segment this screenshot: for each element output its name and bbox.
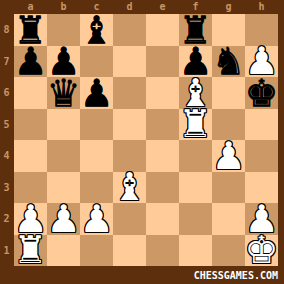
square-a6[interactable] [14, 77, 47, 109]
square-h7[interactable]: ♟ [245, 46, 278, 78]
square-a8[interactable]: ♜ [14, 14, 47, 46]
square-a7[interactable]: ♟ [14, 46, 47, 78]
rank-label-7: 7 [0, 46, 13, 78]
square-h8[interactable] [245, 14, 278, 46]
square-e1[interactable] [146, 235, 179, 267]
square-d4[interactable] [113, 140, 146, 172]
square-g8[interactable] [212, 14, 245, 46]
square-h3[interactable] [245, 172, 278, 204]
square-c6[interactable]: ♟ [80, 77, 113, 109]
square-c8[interactable]: ♝ [80, 14, 113, 46]
square-g7[interactable]: ♞ [212, 46, 245, 78]
file-label-e: e [146, 1, 179, 13]
black-king: ♚ [245, 77, 278, 109]
file-label-h: h [245, 1, 278, 13]
square-c7[interactable] [80, 46, 113, 78]
chess-board: ♜♝♜♟♟♟♞♟♛♟♝♚♜♟♝♟♟♟♟♜♚ [14, 14, 278, 266]
square-d6[interactable] [113, 77, 146, 109]
square-g1[interactable] [212, 235, 245, 267]
square-f8[interactable]: ♜ [179, 14, 212, 46]
square-c4[interactable] [80, 140, 113, 172]
square-f5[interactable]: ♜ [179, 109, 212, 141]
rank-label-4: 4 [0, 140, 13, 172]
square-e3[interactable] [146, 172, 179, 204]
rank-label-2: 2 [0, 203, 13, 235]
black-pawn: ♟ [80, 77, 113, 109]
rank-label-8: 8 [0, 14, 13, 46]
white-rook: ♜ [179, 109, 212, 141]
white-pawn: ♟ [80, 203, 113, 235]
black-pawn: ♟ [179, 46, 212, 78]
square-d8[interactable] [113, 14, 146, 46]
square-f7[interactable]: ♟ [179, 46, 212, 78]
square-d7[interactable] [113, 46, 146, 78]
square-c3[interactable] [80, 172, 113, 204]
square-c5[interactable] [80, 109, 113, 141]
square-d3[interactable]: ♝ [113, 172, 146, 204]
white-king: ♚ [245, 235, 278, 267]
square-a3[interactable] [14, 172, 47, 204]
square-e8[interactable] [146, 14, 179, 46]
square-g4[interactable]: ♟ [212, 140, 245, 172]
square-f6[interactable]: ♝ [179, 77, 212, 109]
square-h1[interactable]: ♚ [245, 235, 278, 267]
square-a1[interactable]: ♜ [14, 235, 47, 267]
square-d2[interactable] [113, 203, 146, 235]
square-e7[interactable] [146, 46, 179, 78]
square-g2[interactable] [212, 203, 245, 235]
black-knight: ♞ [212, 46, 245, 78]
white-bishop: ♝ [113, 172, 146, 204]
white-pawn: ♟ [245, 203, 278, 235]
black-queen: ♛ [47, 77, 80, 109]
square-b4[interactable] [47, 140, 80, 172]
square-c1[interactable] [80, 235, 113, 267]
square-e2[interactable] [146, 203, 179, 235]
square-b6[interactable]: ♛ [47, 77, 80, 109]
file-label-d: d [113, 1, 146, 13]
square-b3[interactable] [47, 172, 80, 204]
square-a4[interactable] [14, 140, 47, 172]
square-e4[interactable] [146, 140, 179, 172]
black-rook: ♜ [179, 14, 212, 46]
square-b1[interactable] [47, 235, 80, 267]
square-f1[interactable] [179, 235, 212, 267]
file-label-b: b [47, 1, 80, 13]
white-pawn: ♟ [212, 140, 245, 172]
square-a5[interactable] [14, 109, 47, 141]
square-g5[interactable] [212, 109, 245, 141]
square-c2[interactable]: ♟ [80, 203, 113, 235]
square-f2[interactable] [179, 203, 212, 235]
board-frame: abcdefgh 87654321 ♜♝♜♟♟♟♞♟♛♟♝♚♜♟♝♟♟♟♟♜♚ … [0, 0, 284, 284]
square-h2[interactable]: ♟ [245, 203, 278, 235]
square-b7[interactable]: ♟ [47, 46, 80, 78]
white-pawn: ♟ [47, 203, 80, 235]
square-d1[interactable] [113, 235, 146, 267]
white-bishop: ♝ [179, 77, 212, 109]
rank-label-1: 1 [0, 235, 13, 267]
file-label-a: a [14, 1, 47, 13]
square-h4[interactable] [245, 140, 278, 172]
square-f4[interactable] [179, 140, 212, 172]
square-g6[interactable] [212, 77, 245, 109]
square-b8[interactable] [47, 14, 80, 46]
black-rook: ♜ [14, 14, 47, 46]
square-e6[interactable] [146, 77, 179, 109]
black-pawn: ♟ [14, 46, 47, 78]
white-pawn: ♟ [245, 46, 278, 78]
square-g3[interactable] [212, 172, 245, 204]
rank-label-3: 3 [0, 172, 13, 204]
square-d5[interactable] [113, 109, 146, 141]
chessgames-watermark: CHESSGAMES.COM [194, 270, 278, 281]
rank-label-5: 5 [0, 109, 13, 141]
file-label-c: c [80, 1, 113, 13]
square-f3[interactable] [179, 172, 212, 204]
square-a2[interactable]: ♟ [14, 203, 47, 235]
file-label-g: g [212, 1, 245, 13]
square-e5[interactable] [146, 109, 179, 141]
black-pawn: ♟ [47, 46, 80, 78]
black-bishop: ♝ [80, 14, 113, 46]
file-label-f: f [179, 1, 212, 13]
square-h6[interactable]: ♚ [245, 77, 278, 109]
square-b5[interactable] [47, 109, 80, 141]
white-pawn: ♟ [14, 203, 47, 235]
white-rook: ♜ [14, 235, 47, 267]
square-h5[interactable] [245, 109, 278, 141]
rank-label-6: 6 [0, 77, 13, 109]
square-b2[interactable]: ♟ [47, 203, 80, 235]
